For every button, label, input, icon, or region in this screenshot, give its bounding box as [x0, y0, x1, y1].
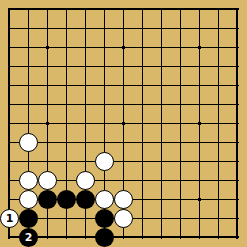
- intersection[interactable]: [57, 95, 76, 114]
- black-stone: [19, 209, 38, 228]
- intersection[interactable]: [133, 19, 152, 38]
- intersection[interactable]: [209, 0, 228, 19]
- intersection[interactable]: [114, 95, 133, 114]
- grid-line-vertical: [180, 8, 181, 19]
- intersection[interactable]: [133, 228, 152, 247]
- intersection[interactable]: [171, 133, 190, 152]
- intersection[interactable]: [19, 38, 38, 57]
- grid-line-vertical: [47, 8, 48, 19]
- intersection[interactable]: [190, 76, 209, 95]
- intersection[interactable]: [209, 114, 228, 133]
- grid-line-vertical: [218, 171, 219, 190]
- intersection[interactable]: [228, 209, 247, 228]
- intersection[interactable]: [190, 133, 209, 152]
- intersection[interactable]: [19, 209, 38, 228]
- intersection[interactable]: [19, 152, 38, 171]
- intersection[interactable]: [0, 171, 19, 190]
- intersection[interactable]: [0, 57, 19, 76]
- intersection[interactable]: [19, 19, 38, 38]
- grid-line-vertical: [236, 76, 238, 95]
- intersection[interactable]: [152, 114, 171, 133]
- grid-line-vertical: [199, 171, 200, 190]
- intersection[interactable]: [76, 228, 95, 247]
- intersection[interactable]: [209, 228, 228, 247]
- intersection[interactable]: [95, 0, 114, 19]
- intersection[interactable]: [19, 0, 38, 19]
- grid-line-vertical: [85, 38, 86, 57]
- intersection[interactable]: [228, 95, 247, 114]
- intersection[interactable]: [57, 19, 76, 38]
- intersection[interactable]: [57, 228, 76, 247]
- grid-line-vertical: [199, 76, 200, 95]
- intersection[interactable]: [133, 152, 152, 171]
- intersection[interactable]: [19, 57, 38, 76]
- grid-line-vertical: [218, 190, 219, 209]
- grid-line-vertical: [123, 152, 124, 171]
- intersection[interactable]: [133, 133, 152, 152]
- grid-line-vertical: [236, 171, 238, 190]
- white-stone: [38, 171, 57, 190]
- grid-line-vertical: [8, 171, 10, 190]
- intersection[interactable]: [133, 95, 152, 114]
- intersection[interactable]: [114, 228, 133, 247]
- intersection[interactable]: [133, 209, 152, 228]
- intersection[interactable]: [0, 133, 19, 152]
- grid-line-vertical: [123, 133, 124, 152]
- intersection[interactable]: [171, 228, 190, 247]
- grid-line-vertical: [199, 19, 200, 38]
- intersection[interactable]: [190, 228, 209, 247]
- grid-line-vertical: [47, 152, 48, 171]
- intersection[interactable]: [19, 114, 38, 133]
- grid-line-vertical: [142, 38, 143, 57]
- intersection[interactable]: [152, 171, 171, 190]
- intersection[interactable]: [19, 95, 38, 114]
- grid-line-vertical: [199, 57, 200, 76]
- intersection[interactable]: [171, 114, 190, 133]
- intersection[interactable]: [95, 228, 114, 247]
- intersection[interactable]: [228, 152, 247, 171]
- intersection[interactable]: [38, 95, 57, 114]
- intersection[interactable]: [209, 152, 228, 171]
- grid-line-vertical: [66, 57, 67, 76]
- grid-line-vertical: [8, 228, 10, 239]
- grid-line-vertical: [180, 76, 181, 95]
- white-stone: [95, 190, 114, 209]
- grid-line-vertical: [161, 133, 162, 152]
- intersection[interactable]: [209, 133, 228, 152]
- grid-line-vertical: [236, 133, 238, 152]
- intersection[interactable]: [171, 38, 190, 57]
- intersection[interactable]: [76, 38, 95, 57]
- intersection[interactable]: [114, 209, 133, 228]
- intersection[interactable]: [209, 38, 228, 57]
- intersection[interactable]: [228, 171, 247, 190]
- intersection[interactable]: [95, 114, 114, 133]
- intersection[interactable]: [152, 209, 171, 228]
- grid-line-vertical: [28, 19, 29, 38]
- grid-line-vertical: [161, 76, 162, 95]
- grid-line-vertical: [85, 57, 86, 76]
- intersection[interactable]: [0, 38, 19, 57]
- intersection[interactable]: [171, 95, 190, 114]
- intersection[interactable]: [152, 190, 171, 209]
- intersection[interactable]: [114, 38, 133, 57]
- intersection[interactable]: [57, 171, 76, 190]
- grid-line-vertical: [218, 152, 219, 171]
- intersection[interactable]: [133, 190, 152, 209]
- intersection[interactable]: [171, 190, 190, 209]
- black-stone: 2: [19, 228, 38, 247]
- intersection[interactable]: [228, 57, 247, 76]
- move-number: 2: [25, 232, 33, 243]
- grid-line-vertical: [66, 228, 67, 239]
- grid-line-vertical: [66, 76, 67, 95]
- intersection[interactable]: [209, 76, 228, 95]
- grid-line-vertical: [47, 228, 48, 239]
- grid-line-vertical: [123, 228, 124, 239]
- intersection[interactable]: [0, 0, 19, 19]
- grid-line-vertical: [180, 95, 181, 114]
- grid-line-vertical: [218, 95, 219, 114]
- intersection[interactable]: [190, 209, 209, 228]
- intersection[interactable]: [0, 19, 19, 38]
- intersection[interactable]: [228, 133, 247, 152]
- intersection[interactable]: [228, 76, 247, 95]
- grid-line-vertical: [142, 8, 143, 19]
- grid-line-vertical: [8, 114, 10, 133]
- intersection[interactable]: [38, 228, 57, 247]
- grid-line-vertical: [180, 228, 181, 239]
- grid-line-vertical: [161, 8, 162, 19]
- intersection[interactable]: [38, 190, 57, 209]
- grid-line-vertical: [123, 95, 124, 114]
- intersection[interactable]: [0, 95, 19, 114]
- intersection[interactable]: [95, 38, 114, 57]
- grid-line-vertical: [85, 114, 86, 133]
- intersection[interactable]: [0, 152, 19, 171]
- black-stone: [95, 209, 114, 228]
- grid-line-vertical: [199, 8, 200, 19]
- intersection[interactable]: [76, 171, 95, 190]
- intersection[interactable]: [114, 171, 133, 190]
- intersection[interactable]: [152, 57, 171, 76]
- grid-line-vertical: [236, 228, 238, 239]
- intersection[interactable]: [76, 133, 95, 152]
- grid-line-vertical: [8, 152, 10, 171]
- intersection[interactable]: [57, 76, 76, 95]
- intersection[interactable]: [228, 114, 247, 133]
- grid-line-vertical: [161, 190, 162, 209]
- grid-line-vertical: [28, 57, 29, 76]
- intersection[interactable]: [38, 209, 57, 228]
- intersection[interactable]: [38, 38, 57, 57]
- intersection[interactable]: [57, 57, 76, 76]
- grid-line-vertical: [123, 19, 124, 38]
- intersection[interactable]: [19, 171, 38, 190]
- grid-line-vertical: [85, 76, 86, 95]
- intersection[interactable]: [57, 38, 76, 57]
- intersection[interactable]: [19, 190, 38, 209]
- grid-line-vertical: [66, 95, 67, 114]
- intersection[interactable]: [190, 38, 209, 57]
- intersection[interactable]: [133, 171, 152, 190]
- intersection[interactable]: [152, 152, 171, 171]
- grid-line-vertical: [180, 114, 181, 133]
- intersection[interactable]: [76, 0, 95, 19]
- white-stone: [114, 190, 133, 209]
- grid-line-vertical: [28, 8, 29, 19]
- grid-line-vertical: [161, 19, 162, 38]
- intersection[interactable]: [228, 38, 247, 57]
- intersection[interactable]: [209, 190, 228, 209]
- intersection[interactable]: [133, 57, 152, 76]
- grid-line-vertical: [47, 133, 48, 152]
- grid-line-vertical: [47, 57, 48, 76]
- grid-line-vertical: [218, 209, 219, 228]
- intersection[interactable]: [38, 171, 57, 190]
- grid-line-vertical: [142, 171, 143, 190]
- intersection[interactable]: [171, 57, 190, 76]
- grid-line-vertical: [123, 171, 124, 190]
- grid-line-vertical: [66, 114, 67, 133]
- star-point: [122, 46, 125, 49]
- grid-line-vertical: [104, 8, 105, 19]
- intersection[interactable]: [209, 171, 228, 190]
- grid-line-vertical: [161, 95, 162, 114]
- star-point: [46, 122, 49, 125]
- intersection[interactable]: [190, 95, 209, 114]
- intersection[interactable]: [228, 228, 247, 247]
- grid-line-vertical: [236, 190, 238, 209]
- intersection[interactable]: [209, 209, 228, 228]
- intersection[interactable]: [57, 114, 76, 133]
- grid-line-vertical: [47, 209, 48, 228]
- grid-line-vertical: [218, 38, 219, 57]
- intersection[interactable]: [171, 19, 190, 38]
- grid-line-vertical: [66, 171, 67, 190]
- grid-line-vertical: [104, 171, 105, 190]
- grid-line-vertical: [85, 152, 86, 171]
- intersection[interactable]: [152, 38, 171, 57]
- intersection[interactable]: [19, 76, 38, 95]
- intersection[interactable]: [114, 57, 133, 76]
- intersection[interactable]: [38, 57, 57, 76]
- star-point: [198, 198, 201, 201]
- intersection[interactable]: [38, 152, 57, 171]
- intersection[interactable]: [190, 0, 209, 19]
- intersection[interactable]: [171, 76, 190, 95]
- intersection[interactable]: [171, 171, 190, 190]
- grid-line-vertical: [8, 190, 10, 209]
- grid-line-vertical: [180, 57, 181, 76]
- intersection[interactable]: [57, 190, 76, 209]
- star-point: [46, 46, 49, 49]
- intersection[interactable]: [38, 114, 57, 133]
- intersection[interactable]: [152, 76, 171, 95]
- white-stone: [19, 133, 38, 152]
- grid-line-vertical: [142, 152, 143, 171]
- white-stone: [19, 190, 38, 209]
- intersection[interactable]: [0, 190, 19, 209]
- intersection[interactable]: [95, 57, 114, 76]
- grid-line-vertical: [199, 95, 200, 114]
- intersection[interactable]: [95, 133, 114, 152]
- grid-line-vertical: [236, 152, 238, 171]
- grid-line-vertical: [85, 95, 86, 114]
- intersection[interactable]: [76, 209, 95, 228]
- grid-line-vertical: [236, 38, 238, 57]
- intersection[interactable]: [38, 133, 57, 152]
- intersection[interactable]: [114, 76, 133, 95]
- intersection[interactable]: [95, 190, 114, 209]
- intersection[interactable]: [209, 57, 228, 76]
- intersection[interactable]: [190, 114, 209, 133]
- grid-line-vertical: [47, 19, 48, 38]
- intersection[interactable]: [95, 171, 114, 190]
- intersection[interactable]: [114, 133, 133, 152]
- intersection[interactable]: [228, 190, 247, 209]
- intersection[interactable]: [114, 114, 133, 133]
- grid-line-vertical: [236, 19, 238, 38]
- grid-line-vertical: [236, 57, 238, 76]
- grid-line-vertical: [66, 209, 67, 228]
- intersection[interactable]: [38, 0, 57, 19]
- grid-line-vertical: [218, 19, 219, 38]
- intersection[interactable]: [57, 152, 76, 171]
- grid-line-vertical: [161, 152, 162, 171]
- grid-line-vertical: [236, 95, 238, 114]
- grid-line-vertical: [28, 152, 29, 171]
- grid-line-vertical: [104, 38, 105, 57]
- intersection[interactable]: [95, 19, 114, 38]
- intersection[interactable]: [57, 0, 76, 19]
- intersection[interactable]: [38, 76, 57, 95]
- grid-line-vertical: [218, 114, 219, 133]
- intersection[interactable]: [171, 209, 190, 228]
- grid-line-vertical: [28, 95, 29, 114]
- intersection[interactable]: [95, 152, 114, 171]
- intersection[interactable]: [209, 95, 228, 114]
- intersection[interactable]: [114, 19, 133, 38]
- intersection[interactable]: [19, 133, 38, 152]
- grid-line-vertical: [142, 209, 143, 228]
- intersection[interactable]: [76, 57, 95, 76]
- grid-line-vertical: [47, 95, 48, 114]
- grid-line-vertical: [199, 209, 200, 228]
- black-stone: [76, 190, 95, 209]
- intersection[interactable]: [95, 95, 114, 114]
- grid-line-vertical: [104, 57, 105, 76]
- white-stone: [95, 152, 114, 171]
- intersection[interactable]: [0, 76, 19, 95]
- grid-line-vertical: [8, 57, 10, 76]
- intersection[interactable]: [133, 76, 152, 95]
- intersection[interactable]: [95, 209, 114, 228]
- intersection[interactable]: [133, 0, 152, 19]
- intersection[interactable]: [152, 0, 171, 19]
- star-point: [198, 46, 201, 49]
- white-stone: [114, 209, 133, 228]
- intersection[interactable]: [76, 114, 95, 133]
- grid-line-vertical: [142, 190, 143, 209]
- grid-line-vertical: [142, 133, 143, 152]
- grid-line-vertical: [66, 152, 67, 171]
- grid-line-vertical: [199, 133, 200, 152]
- intersection[interactable]: [133, 38, 152, 57]
- grid-line-vertical: [180, 209, 181, 228]
- grid-line-vertical: [180, 171, 181, 190]
- intersection[interactable]: [190, 19, 209, 38]
- intersection[interactable]: [171, 0, 190, 19]
- intersection[interactable]: [0, 114, 19, 133]
- intersection[interactable]: [57, 209, 76, 228]
- grid-line-vertical: [28, 76, 29, 95]
- intersection[interactable]: [209, 19, 228, 38]
- intersection[interactable]: [228, 19, 247, 38]
- intersection[interactable]: [152, 19, 171, 38]
- intersection[interactable]: [190, 152, 209, 171]
- intersection[interactable]: [133, 114, 152, 133]
- grid-line-vertical: [180, 19, 181, 38]
- intersection[interactable]: [76, 19, 95, 38]
- grid-line-vertical: [104, 19, 105, 38]
- intersection[interactable]: [152, 95, 171, 114]
- intersection[interactable]: [152, 133, 171, 152]
- intersection[interactable]: [114, 152, 133, 171]
- intersection[interactable]: [152, 228, 171, 247]
- grid-line-vertical: [104, 76, 105, 95]
- grid-line-vertical: [104, 95, 105, 114]
- white-stone: [19, 171, 38, 190]
- grid-line-vertical: [66, 19, 67, 38]
- grid-line-vertical: [8, 19, 10, 38]
- intersection[interactable]: [228, 0, 247, 19]
- star-point: [122, 122, 125, 125]
- intersection[interactable]: [171, 152, 190, 171]
- intersection[interactable]: [114, 0, 133, 19]
- intersection[interactable]: [76, 152, 95, 171]
- grid-line-vertical: [123, 76, 124, 95]
- grid-line-vertical: [161, 114, 162, 133]
- intersection[interactable]: [76, 190, 95, 209]
- intersection[interactable]: 1: [0, 209, 19, 228]
- grid-line-vertical: [236, 209, 238, 228]
- intersection[interactable]: 2: [19, 228, 38, 247]
- grid-line-vertical: [142, 19, 143, 38]
- grid-line-vertical: [85, 228, 86, 239]
- grid-line-vertical: [161, 209, 162, 228]
- intersection[interactable]: [114, 190, 133, 209]
- grid-line-vertical: [180, 152, 181, 171]
- intersection[interactable]: [95, 76, 114, 95]
- intersection[interactable]: [57, 133, 76, 152]
- intersection[interactable]: [190, 57, 209, 76]
- intersection[interactable]: [38, 19, 57, 38]
- grid-line-vertical: [104, 133, 105, 152]
- intersection[interactable]: [190, 190, 209, 209]
- go-board: 12: [0, 0, 247, 247]
- grid-line-vertical: [85, 8, 86, 19]
- grid-line-vertical: [85, 209, 86, 228]
- intersection[interactable]: [76, 76, 95, 95]
- grid-line-vertical: [142, 114, 143, 133]
- grid-line-vertical: [8, 95, 10, 114]
- grid-line-vertical: [66, 8, 67, 19]
- intersection[interactable]: [76, 95, 95, 114]
- intersection[interactable]: [0, 228, 19, 247]
- intersection[interactable]: [190, 171, 209, 190]
